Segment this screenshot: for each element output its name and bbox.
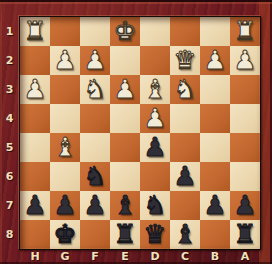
square-g4[interactable] <box>50 104 80 133</box>
piece-white-bishop[interactable]: ♝ <box>50 133 80 162</box>
file-label-e: E <box>110 249 140 264</box>
piece-white-pawn[interactable]: ♟ <box>20 75 50 104</box>
square-b6[interactable] <box>200 162 230 191</box>
file-label-g: G <box>50 249 80 264</box>
square-d6[interactable] <box>140 162 170 191</box>
square-e2[interactable] <box>110 46 140 75</box>
file-label-c: C <box>170 249 200 264</box>
square-d8[interactable]: ♛ <box>140 220 170 249</box>
piece-white-pawn[interactable]: ♟ <box>230 46 260 75</box>
chess-board: ♜♚♜♟♟♛♟♟♟♞♟♝♞♟♝♟♞♟♟♟♟♝♞♟♟♚♜♛♝♜ <box>19 16 261 250</box>
square-d3[interactable]: ♝ <box>140 75 170 104</box>
piece-black-pawn[interactable]: ♟ <box>20 191 50 220</box>
file-label-d: D <box>140 249 170 264</box>
square-a7[interactable]: ♟ <box>230 191 260 220</box>
square-b8[interactable] <box>200 220 230 249</box>
piece-black-king[interactable]: ♚ <box>50 220 80 249</box>
square-a4[interactable] <box>230 104 260 133</box>
file-label-b: B <box>200 249 230 264</box>
square-f7[interactable]: ♟ <box>80 191 110 220</box>
square-g5[interactable]: ♝ <box>50 133 80 162</box>
rank-label-3: 3 <box>0 75 19 104</box>
square-d1[interactable] <box>140 17 170 46</box>
square-f3[interactable]: ♞ <box>80 75 110 104</box>
square-h3[interactable]: ♟ <box>20 75 50 104</box>
square-a3[interactable] <box>230 75 260 104</box>
file-label-h: H <box>20 249 50 264</box>
square-e3[interactable]: ♟ <box>110 75 140 104</box>
square-g2[interactable]: ♟ <box>50 46 80 75</box>
rank-label-2: 2 <box>0 46 19 75</box>
piece-white-rook[interactable]: ♜ <box>20 17 50 46</box>
square-b2[interactable]: ♟ <box>200 46 230 75</box>
square-d4[interactable]: ♟ <box>140 104 170 133</box>
piece-black-pawn[interactable]: ♟ <box>230 191 260 220</box>
piece-black-pawn[interactable]: ♟ <box>140 133 170 162</box>
square-d5[interactable]: ♟ <box>140 133 170 162</box>
square-g3[interactable] <box>50 75 80 104</box>
piece-black-bishop[interactable]: ♝ <box>110 191 140 220</box>
rank-label-8: 8 <box>0 220 19 249</box>
square-f4[interactable] <box>80 104 110 133</box>
square-f8[interactable] <box>80 220 110 249</box>
file-label-f: F <box>80 249 110 264</box>
square-g8[interactable]: ♚ <box>50 220 80 249</box>
file-labels: HGFEDCBA <box>20 249 260 264</box>
piece-white-pawn[interactable]: ♟ <box>80 46 110 75</box>
square-f1[interactable] <box>80 17 110 46</box>
piece-white-knight[interactable]: ♞ <box>80 75 110 104</box>
square-e8[interactable]: ♜ <box>110 220 140 249</box>
square-b1[interactable] <box>200 17 230 46</box>
square-f6[interactable]: ♞ <box>80 162 110 191</box>
square-g1[interactable] <box>50 17 80 46</box>
square-d2[interactable] <box>140 46 170 75</box>
square-e6[interactable] <box>110 162 140 191</box>
chess-board-window: 12345678 ♜♚♜♟♟♛♟♟♟♞♟♝♞♟♝♟♞♟♟♟♟♝♞♟♟♚♜♛♝♜ … <box>0 0 272 264</box>
square-a2[interactable]: ♟ <box>230 46 260 75</box>
piece-white-pawn[interactable]: ♟ <box>110 75 140 104</box>
piece-white-bishop[interactable]: ♝ <box>140 75 170 104</box>
square-b4[interactable] <box>200 104 230 133</box>
square-b3[interactable] <box>200 75 230 104</box>
piece-black-pawn[interactable]: ♟ <box>170 162 200 191</box>
square-e5[interactable] <box>110 133 140 162</box>
square-b5[interactable] <box>200 133 230 162</box>
square-f5[interactable] <box>80 133 110 162</box>
square-h5[interactable] <box>20 133 50 162</box>
piece-white-king[interactable]: ♚ <box>110 17 140 46</box>
square-d7[interactable]: ♞ <box>140 191 170 220</box>
rank-label-5: 5 <box>0 133 19 162</box>
square-c8[interactable]: ♝ <box>170 220 200 249</box>
piece-black-knight[interactable]: ♞ <box>80 162 110 191</box>
rank-label-1: 1 <box>0 17 19 46</box>
piece-black-bishop[interactable]: ♝ <box>170 220 200 249</box>
square-c4[interactable] <box>170 104 200 133</box>
square-c6[interactable]: ♟ <box>170 162 200 191</box>
piece-white-rook[interactable]: ♜ <box>230 17 260 46</box>
file-label-a: A <box>230 249 260 264</box>
square-c3[interactable]: ♞ <box>170 75 200 104</box>
piece-black-pawn[interactable]: ♟ <box>200 191 230 220</box>
piece-white-knight[interactable]: ♞ <box>170 75 200 104</box>
square-g6[interactable] <box>50 162 80 191</box>
square-a6[interactable] <box>230 162 260 191</box>
square-e4[interactable] <box>110 104 140 133</box>
square-f2[interactable]: ♟ <box>80 46 110 75</box>
piece-black-queen[interactable]: ♛ <box>140 220 170 249</box>
square-a1[interactable]: ♜ <box>230 17 260 46</box>
rank-label-6: 6 <box>0 162 19 191</box>
square-h1[interactable]: ♜ <box>20 17 50 46</box>
rank-labels: 12345678 <box>0 17 19 249</box>
piece-black-rook[interactable]: ♜ <box>230 220 260 249</box>
piece-white-pawn[interactable]: ♟ <box>50 46 80 75</box>
rank-label-4: 4 <box>0 104 19 133</box>
square-h8[interactable] <box>20 220 50 249</box>
square-e1[interactable]: ♚ <box>110 17 140 46</box>
square-h2[interactable] <box>20 46 50 75</box>
square-e7[interactable]: ♝ <box>110 191 140 220</box>
square-c2[interactable]: ♛ <box>170 46 200 75</box>
square-g7[interactable]: ♟ <box>50 191 80 220</box>
piece-white-queen[interactable]: ♛ <box>170 46 200 75</box>
piece-black-pawn[interactable]: ♟ <box>80 191 110 220</box>
square-b7[interactable]: ♟ <box>200 191 230 220</box>
square-h7[interactable]: ♟ <box>20 191 50 220</box>
square-a8[interactable]: ♜ <box>230 220 260 249</box>
rank-label-7: 7 <box>0 191 19 220</box>
square-c7[interactable] <box>170 191 200 220</box>
piece-black-knight[interactable]: ♞ <box>140 191 170 220</box>
piece-black-pawn[interactable]: ♟ <box>50 191 80 220</box>
square-c5[interactable] <box>170 133 200 162</box>
square-a5[interactable] <box>230 133 260 162</box>
piece-white-pawn[interactable]: ♟ <box>140 104 170 133</box>
square-c1[interactable] <box>170 17 200 46</box>
square-h6[interactable] <box>20 162 50 191</box>
piece-black-rook[interactable]: ♜ <box>110 220 140 249</box>
piece-white-pawn[interactable]: ♟ <box>200 46 230 75</box>
square-h4[interactable] <box>20 104 50 133</box>
